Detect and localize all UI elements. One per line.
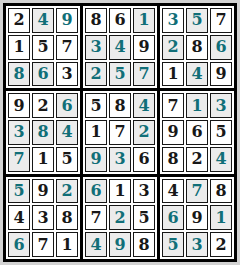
cell-r2c6[interactable]: 9 <box>133 35 155 60</box>
cell-r7c4[interactable]: 6 <box>85 179 107 204</box>
cell-r1c3[interactable]: 9 <box>56 8 78 33</box>
cell-r9c1[interactable]: 6 <box>8 232 30 257</box>
cell-r3c5[interactable]: 5 <box>109 62 131 87</box>
cell-r7c5[interactable]: 1 <box>109 179 131 204</box>
cell-r8c6[interactable]: 5 <box>133 205 155 230</box>
cell-r9c7[interactable]: 5 <box>162 232 184 257</box>
cell-r2c4[interactable]: 3 <box>85 35 107 60</box>
cell-r3c4[interactable]: 2 <box>85 62 107 87</box>
cell-r8c9[interactable]: 1 <box>210 205 232 230</box>
cell-r7c1[interactable]: 5 <box>8 179 30 204</box>
cell-r4c1[interactable]: 9 <box>8 93 30 118</box>
cell-r1c7[interactable]: 3 <box>162 8 184 33</box>
cell-r8c1[interactable]: 4 <box>8 205 30 230</box>
cell-r1c2[interactable]: 4 <box>32 8 54 33</box>
cell-r4c7[interactable]: 7 <box>162 93 184 118</box>
cell-r9c3[interactable]: 1 <box>56 232 78 257</box>
cell-r4c4[interactable]: 5 <box>85 93 107 118</box>
cell-r7c7[interactable]: 4 <box>162 179 184 204</box>
cell-r2c3[interactable]: 7 <box>56 35 78 60</box>
cell-r1c6[interactable]: 1 <box>133 8 155 33</box>
cell-r4c5[interactable]: 8 <box>109 93 131 118</box>
cell-r6c7[interactable]: 8 <box>162 147 184 172</box>
cell-r6c3[interactable]: 5 <box>56 147 78 172</box>
cell-r4c6[interactable]: 4 <box>133 93 155 118</box>
sudoku-block-2: 861349257 <box>83 6 157 88</box>
cell-r2c7[interactable]: 2 <box>162 35 184 60</box>
cell-r9c5[interactable]: 9 <box>109 232 131 257</box>
cell-r3c9[interactable]: 9 <box>210 62 232 87</box>
cell-r9c6[interactable]: 8 <box>133 232 155 257</box>
sudoku-block-8: 613725498 <box>83 177 157 259</box>
sudoku-block-5: 584172936 <box>83 91 157 173</box>
cell-r7c2[interactable]: 9 <box>32 179 54 204</box>
cell-r5c8[interactable]: 6 <box>186 120 208 145</box>
cell-r3c2[interactable]: 6 <box>32 62 54 87</box>
cell-r7c6[interactable]: 3 <box>133 179 155 204</box>
cell-r3c6[interactable]: 7 <box>133 62 155 87</box>
cell-r5c1[interactable]: 3 <box>8 120 30 145</box>
cell-r1c4[interactable]: 8 <box>85 8 107 33</box>
cell-r6c5[interactable]: 3 <box>109 147 131 172</box>
cell-r4c9[interactable]: 3 <box>210 93 232 118</box>
cell-r5c6[interactable]: 2 <box>133 120 155 145</box>
cell-r1c8[interactable]: 5 <box>186 8 208 33</box>
cell-r9c2[interactable]: 7 <box>32 232 54 257</box>
cell-r8c7[interactable]: 6 <box>162 205 184 230</box>
cell-r4c8[interactable]: 1 <box>186 93 208 118</box>
cell-r5c7[interactable]: 9 <box>162 120 184 145</box>
cell-r5c9[interactable]: 5 <box>210 120 232 145</box>
cell-r2c5[interactable]: 4 <box>109 35 131 60</box>
cell-r9c9[interactable]: 2 <box>210 232 232 257</box>
cell-r5c3[interactable]: 4 <box>56 120 78 145</box>
cell-r7c3[interactable]: 2 <box>56 179 78 204</box>
sudoku-block-1: 249157863 <box>6 6 80 88</box>
sudoku-block-7: 592438671 <box>6 177 80 259</box>
cell-r2c2[interactable]: 5 <box>32 35 54 60</box>
cell-r6c1[interactable]: 7 <box>8 147 30 172</box>
cell-r1c9[interactable]: 7 <box>210 8 232 33</box>
sudoku-block-4: 926384715 <box>6 91 80 173</box>
cell-r8c4[interactable]: 7 <box>85 205 107 230</box>
cell-r4c2[interactable]: 2 <box>32 93 54 118</box>
cell-r6c6[interactable]: 6 <box>133 147 155 172</box>
cell-r4c3[interactable]: 6 <box>56 93 78 118</box>
cell-r2c1[interactable]: 1 <box>8 35 30 60</box>
cell-r9c4[interactable]: 4 <box>85 232 107 257</box>
cell-r8c5[interactable]: 2 <box>109 205 131 230</box>
sudoku-block-3: 357286149 <box>160 6 234 88</box>
cell-r7c8[interactable]: 7 <box>186 179 208 204</box>
cell-r6c8[interactable]: 2 <box>186 147 208 172</box>
cell-r5c4[interactable]: 1 <box>85 120 107 145</box>
cell-r1c5[interactable]: 6 <box>109 8 131 33</box>
sudoku-block-9: 478691532 <box>160 177 234 259</box>
cell-r5c5[interactable]: 7 <box>109 120 131 145</box>
cell-r2c9[interactable]: 6 <box>210 35 232 60</box>
cell-r1c1[interactable]: 2 <box>8 8 30 33</box>
cell-r6c9[interactable]: 4 <box>210 147 232 172</box>
cell-r6c4[interactable]: 9 <box>85 147 107 172</box>
cell-r8c3[interactable]: 8 <box>56 205 78 230</box>
cell-r3c3[interactable]: 3 <box>56 62 78 87</box>
cell-r6c2[interactable]: 1 <box>32 147 54 172</box>
cell-r3c7[interactable]: 1 <box>162 62 184 87</box>
sudoku-block-6: 713965824 <box>160 91 234 173</box>
cell-r8c2[interactable]: 3 <box>32 205 54 230</box>
sudoku-board: 249157863 861349257 357286149 926384715 … <box>3 3 237 262</box>
cell-r9c8[interactable]: 3 <box>186 232 208 257</box>
cell-r3c8[interactable]: 4 <box>186 62 208 87</box>
cell-r7c9[interactable]: 8 <box>210 179 232 204</box>
cell-r5c2[interactable]: 8 <box>32 120 54 145</box>
cell-r8c8[interactable]: 9 <box>186 205 208 230</box>
sudoku-page: 249157863 861349257 357286149 926384715 … <box>0 0 240 265</box>
cell-r3c1[interactable]: 8 <box>8 62 30 87</box>
cell-r2c8[interactable]: 8 <box>186 35 208 60</box>
